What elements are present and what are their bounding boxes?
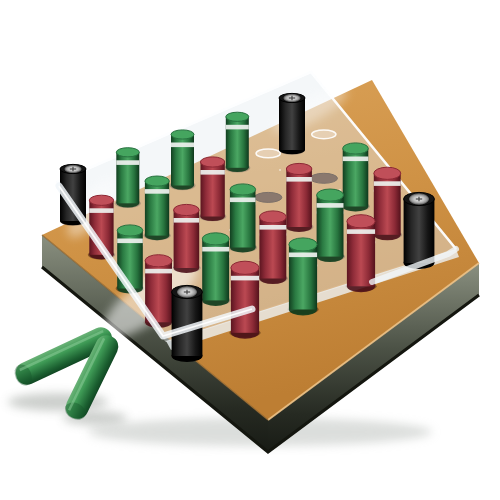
stripe bbox=[374, 181, 401, 186]
peg-red-r2c1[interactable] bbox=[174, 204, 200, 273]
peg-red-r4c1[interactable] bbox=[231, 261, 259, 339]
stripe bbox=[289, 253, 317, 258]
stripe bbox=[347, 229, 375, 234]
peg-green-r4c2[interactable] bbox=[289, 238, 317, 316]
stripe bbox=[174, 218, 200, 223]
peg-green-r0c3[interactable] bbox=[226, 112, 249, 172]
stripe bbox=[201, 170, 225, 175]
stripe bbox=[259, 225, 286, 230]
peg-red-r1c2[interactable] bbox=[200, 157, 224, 221]
speckle bbox=[279, 169, 281, 171]
stripe bbox=[343, 157, 369, 162]
loose-pegs bbox=[8, 324, 127, 425]
stripe bbox=[226, 125, 249, 130]
peg-green-r2c4[interactable] bbox=[343, 143, 369, 212]
lid-hole-r1c4 bbox=[312, 130, 336, 139]
corner-post-r0c4 bbox=[279, 93, 305, 154]
stripe bbox=[171, 143, 194, 148]
lid-hole-r1c3 bbox=[256, 149, 280, 158]
stripe bbox=[231, 276, 259, 281]
stripe bbox=[317, 203, 344, 208]
stripe bbox=[286, 177, 312, 182]
peg-green-r1c1[interactable] bbox=[145, 176, 169, 240]
stripe bbox=[145, 269, 172, 274]
peg-green-r0c1[interactable] bbox=[116, 148, 139, 208]
corner-post-r4c4 bbox=[404, 192, 435, 269]
peg-red-r3c4[interactable] bbox=[374, 167, 401, 240]
stripe bbox=[89, 208, 113, 213]
stripe bbox=[230, 198, 256, 203]
photo-peg-game bbox=[0, 0, 500, 500]
stripe bbox=[202, 247, 229, 252]
peg-green-r3c3[interactable] bbox=[317, 189, 344, 262]
peg-red-r2c3[interactable] bbox=[286, 163, 312, 232]
peg-green-r0c2[interactable] bbox=[171, 130, 194, 190]
stripe bbox=[117, 239, 143, 244]
board-scene bbox=[0, 0, 500, 500]
board-photo-svg bbox=[0, 0, 500, 500]
stripe bbox=[145, 189, 169, 194]
stripe bbox=[116, 160, 139, 165]
peg-green-r2c2[interactable] bbox=[230, 184, 256, 253]
peg-green-r3c1[interactable] bbox=[202, 233, 229, 306]
peg-red-r3c2[interactable] bbox=[259, 211, 286, 284]
